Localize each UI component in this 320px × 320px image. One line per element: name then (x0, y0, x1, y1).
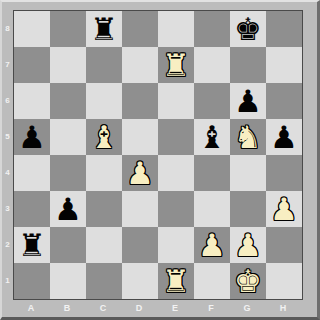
square-h7[interactable] (266, 47, 302, 83)
square-h5[interactable]: ♟ (266, 119, 302, 155)
square-d4[interactable]: ♟ (122, 155, 158, 191)
file-label-c: C (85, 301, 121, 315)
square-c1[interactable] (86, 263, 122, 299)
rank-label-3: 3 (2, 190, 13, 226)
black-bishop-f5[interactable]: ♝ (194, 119, 230, 155)
white-king-g1[interactable]: ♚ (230, 263, 266, 299)
square-c3[interactable] (86, 191, 122, 227)
square-e1[interactable]: ♜ (158, 263, 194, 299)
square-a5[interactable]: ♟ (14, 119, 50, 155)
square-b7[interactable] (50, 47, 86, 83)
square-b2[interactable] (50, 227, 86, 263)
square-h3[interactable]: ♟ (266, 191, 302, 227)
square-f7[interactable] (194, 47, 230, 83)
black-rook-c8[interactable]: ♜ (86, 11, 122, 47)
square-c8[interactable]: ♜ (86, 11, 122, 47)
white-bishop-c5[interactable]: ♝ (86, 119, 122, 155)
square-c7[interactable] (86, 47, 122, 83)
square-f3[interactable] (194, 191, 230, 227)
black-king-g8[interactable]: ♚ (230, 11, 266, 47)
black-rook-a2[interactable]: ♜ (14, 227, 50, 263)
square-a8[interactable] (14, 11, 50, 47)
square-g5[interactable]: ♞ (230, 119, 266, 155)
file-label-f: F (193, 301, 229, 315)
black-pawn-g6[interactable]: ♟ (230, 83, 266, 119)
square-e5[interactable] (158, 119, 194, 155)
square-g8[interactable]: ♚ (230, 11, 266, 47)
square-e3[interactable] (158, 191, 194, 227)
white-pawn-h3[interactable]: ♟ (266, 191, 302, 227)
file-label-g: G (229, 301, 265, 315)
white-knight-g5[interactable]: ♞ (230, 119, 266, 155)
square-c4[interactable] (86, 155, 122, 191)
square-a4[interactable] (14, 155, 50, 191)
square-h6[interactable] (266, 83, 302, 119)
square-b6[interactable] (50, 83, 86, 119)
square-d3[interactable] (122, 191, 158, 227)
square-h1[interactable] (266, 263, 302, 299)
square-e8[interactable] (158, 11, 194, 47)
white-rook-e7[interactable]: ♜ (158, 47, 194, 83)
square-g1[interactable]: ♚ (230, 263, 266, 299)
rank-label-1: 1 (2, 262, 13, 298)
square-h4[interactable] (266, 155, 302, 191)
square-g7[interactable] (230, 47, 266, 83)
white-pawn-d4[interactable]: ♟ (122, 155, 158, 191)
square-d6[interactable] (122, 83, 158, 119)
chessboard-frame: ♜♚♜♟♟♝♝♞♟♟♟♟♜♟♟♜♚ 87654321 ABCDEFGH (0, 0, 320, 320)
file-label-a: A (13, 301, 49, 315)
board: ♜♚♜♟♟♝♝♞♟♟♟♟♜♟♟♜♚ (13, 10, 303, 300)
black-pawn-a5[interactable]: ♟ (14, 119, 50, 155)
square-a2[interactable]: ♜ (14, 227, 50, 263)
square-c6[interactable] (86, 83, 122, 119)
square-b3[interactable]: ♟ (50, 191, 86, 227)
square-e7[interactable]: ♜ (158, 47, 194, 83)
file-label-e: E (157, 301, 193, 315)
rank-label-6: 6 (2, 82, 13, 118)
square-e2[interactable] (158, 227, 194, 263)
square-g2[interactable]: ♟ (230, 227, 266, 263)
square-f2[interactable]: ♟ (194, 227, 230, 263)
square-c5[interactable]: ♝ (86, 119, 122, 155)
black-pawn-h5[interactable]: ♟ (266, 119, 302, 155)
square-f6[interactable] (194, 83, 230, 119)
square-f1[interactable] (194, 263, 230, 299)
file-label-b: B (49, 301, 85, 315)
rank-label-8: 8 (2, 10, 13, 46)
square-b1[interactable] (50, 263, 86, 299)
square-f4[interactable] (194, 155, 230, 191)
square-d7[interactable] (122, 47, 158, 83)
white-rook-e1[interactable]: ♜ (158, 263, 194, 299)
file-label-d: D (121, 301, 157, 315)
square-e6[interactable] (158, 83, 194, 119)
square-f8[interactable] (194, 11, 230, 47)
square-a1[interactable] (14, 263, 50, 299)
rank-label-4: 4 (2, 154, 13, 190)
square-g6[interactable]: ♟ (230, 83, 266, 119)
square-h2[interactable] (266, 227, 302, 263)
square-g4[interactable] (230, 155, 266, 191)
white-pawn-g2[interactable]: ♟ (230, 227, 266, 263)
square-b5[interactable] (50, 119, 86, 155)
square-a7[interactable] (14, 47, 50, 83)
rank-labels: 87654321 (2, 10, 13, 298)
square-d1[interactable] (122, 263, 158, 299)
square-d8[interactable] (122, 11, 158, 47)
rank-label-2: 2 (2, 226, 13, 262)
rank-label-7: 7 (2, 46, 13, 82)
black-pawn-b3[interactable]: ♟ (50, 191, 86, 227)
square-d2[interactable] (122, 227, 158, 263)
white-pawn-f2[interactable]: ♟ (194, 227, 230, 263)
file-label-h: H (265, 301, 301, 315)
square-f5[interactable]: ♝ (194, 119, 230, 155)
square-b8[interactable] (50, 11, 86, 47)
square-d5[interactable] (122, 119, 158, 155)
square-a3[interactable] (14, 191, 50, 227)
square-b4[interactable] (50, 155, 86, 191)
square-h8[interactable] (266, 11, 302, 47)
square-g3[interactable] (230, 191, 266, 227)
square-e4[interactable] (158, 155, 194, 191)
file-labels: ABCDEFGH (13, 301, 301, 315)
rank-label-5: 5 (2, 118, 13, 154)
square-a6[interactable] (14, 83, 50, 119)
square-c2[interactable] (86, 227, 122, 263)
